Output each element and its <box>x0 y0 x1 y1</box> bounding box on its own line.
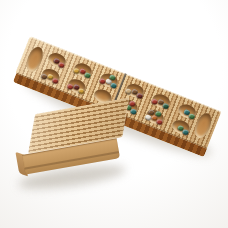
pit-top-1[interactable] <box>46 50 68 69</box>
pit-top-2[interactable] <box>72 60 94 79</box>
stone-red <box>58 61 65 68</box>
stone-red <box>151 98 158 105</box>
stone-darkgreen <box>162 102 169 109</box>
store-left[interactable] <box>23 45 46 74</box>
pit-top-5[interactable] <box>151 91 173 110</box>
stone-teal <box>110 82 117 89</box>
stone-yellow <box>73 67 80 74</box>
stone-green <box>188 112 195 119</box>
stone-tan <box>125 87 132 94</box>
mancala-product-photo <box>0 0 228 228</box>
stone-yellow <box>78 87 85 94</box>
stone-red <box>156 118 163 125</box>
pit-bottom-6[interactable] <box>170 117 192 136</box>
pit-bottom-1[interactable] <box>40 66 62 85</box>
pit-top-3[interactable] <box>99 71 121 90</box>
stone-red <box>52 77 59 84</box>
stone-teal <box>130 108 137 115</box>
stone-maroon <box>136 92 143 99</box>
stone-red <box>67 83 74 90</box>
stone-green <box>84 71 91 78</box>
stone-teal <box>182 128 189 135</box>
pit-bottom-5[interactable] <box>144 107 166 126</box>
pit-bottom-2[interactable] <box>66 76 88 95</box>
stone-red <box>99 77 106 84</box>
pit-top-6[interactable] <box>177 102 199 121</box>
stone-brown <box>41 73 48 80</box>
